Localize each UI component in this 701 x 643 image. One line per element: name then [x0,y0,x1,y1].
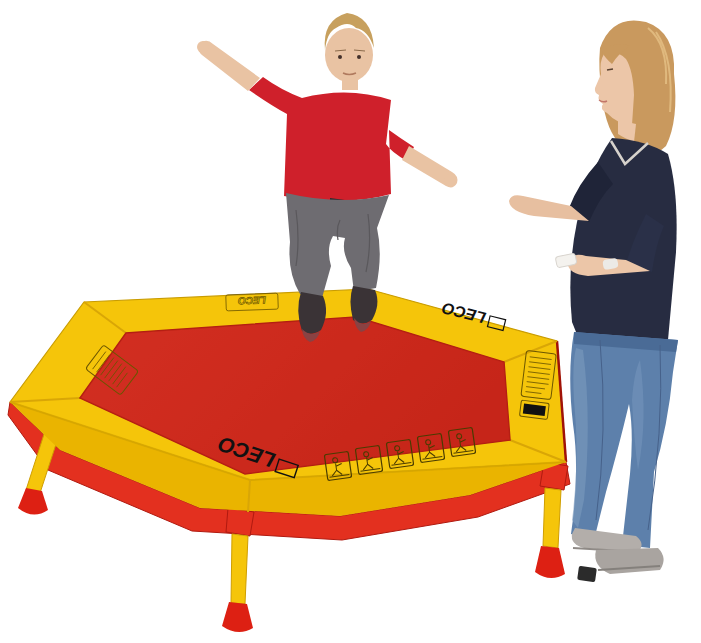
woman-eye [607,69,613,70]
boy-eye [338,55,342,59]
boy-eye [357,55,361,59]
photo-scene: LECO LECO LECO [0,0,701,643]
boy-neck [342,78,358,90]
leg-connector [226,508,254,536]
boy-hand [444,174,456,186]
floor-object [577,566,597,582]
product-photo: LECO LECO LECO [0,0,701,643]
brand-text-small: LECO [238,295,266,307]
leg-shaft [231,534,248,604]
boy-hand [197,41,209,53]
boy-shoe [298,292,326,334]
leg-shaft [543,488,561,548]
